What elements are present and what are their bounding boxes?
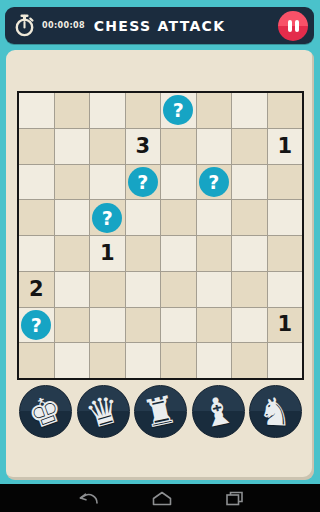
back-icon (76, 490, 100, 507)
board-cell-r6c4[interactable] (126, 272, 161, 307)
home-icon (151, 490, 173, 507)
board-cell-r8c4[interactable] (126, 343, 161, 378)
back-button[interactable] (76, 490, 100, 507)
page-title: CHESS ATTACK (94, 18, 226, 34)
board-cell-r4c8[interactable] (268, 200, 303, 235)
board-cell-r7c7[interactable] (232, 308, 267, 343)
board-cell-r6c5[interactable] (161, 272, 196, 307)
app-screen: 00:00:08 CHESS ATTACK ?31???12?1 ♚♛♜♝♞ (0, 0, 320, 512)
board-cell-r5c6[interactable] (197, 236, 232, 271)
piece-button-knight[interactable]: ♞ (249, 385, 302, 438)
board-cell-r2c8[interactable]: 1 (268, 129, 303, 164)
board-cell-r5c2[interactable] (55, 236, 90, 271)
board-cell-r1c5[interactable]: ? (161, 93, 196, 128)
board-cell-r1c7[interactable] (232, 93, 267, 128)
game-panel: ?31???12?1 ♚♛♜♝♞ (6, 50, 314, 480)
board-cell-r8c2[interactable] (55, 343, 90, 378)
board-cell-r1c8[interactable] (268, 93, 303, 128)
board-cell-r6c1[interactable]: 2 (19, 272, 54, 307)
board-cell-r3c1[interactable] (19, 165, 54, 200)
board-cell-r2c4[interactable]: 3 (126, 129, 161, 164)
piece-button-king[interactable]: ♚ (19, 385, 72, 438)
board-cell-r7c4[interactable] (126, 308, 161, 343)
hidden-piece-marker[interactable]: ? (92, 203, 122, 233)
board-cell-r1c3[interactable] (90, 93, 125, 128)
board-cell-r4c2[interactable] (55, 200, 90, 235)
board-cell-r3c7[interactable] (232, 165, 267, 200)
board-cell-r8c3[interactable] (90, 343, 125, 378)
piece-button-queen[interactable]: ♛ (77, 385, 130, 438)
board-cell-r3c2[interactable] (55, 165, 90, 200)
knight-icon: ♞ (258, 392, 293, 431)
hidden-piece-marker[interactable]: ? (128, 167, 158, 197)
board-cell-r6c2[interactable] (55, 272, 90, 307)
board-cell-r8c7[interactable] (232, 343, 267, 378)
board-cell-r1c2[interactable] (55, 93, 90, 128)
board-cell-r2c6[interactable] (197, 129, 232, 164)
board-cell-r1c6[interactable] (197, 93, 232, 128)
queen-icon: ♛ (81, 389, 124, 435)
board-cell-r6c3[interactable] (90, 272, 125, 307)
attack-count: 3 (135, 136, 150, 157)
board-cell-r6c7[interactable] (232, 272, 267, 307)
board-cell-r5c1[interactable] (19, 236, 54, 271)
board-cell-r2c7[interactable] (232, 129, 267, 164)
pause-icon (288, 20, 292, 32)
board-cell-r5c7[interactable] (232, 236, 267, 271)
board-cell-r5c5[interactable] (161, 236, 196, 271)
board-cell-r2c1[interactable] (19, 129, 54, 164)
attack-count: 1 (100, 243, 115, 264)
board-cell-r1c1[interactable] (19, 93, 54, 128)
board-cell-r5c4[interactable] (126, 236, 161, 271)
pause-button[interactable] (278, 11, 308, 41)
board-cell-r3c3[interactable] (90, 165, 125, 200)
board-cell-r5c3[interactable]: 1 (90, 236, 125, 271)
bishop-icon: ♝ (197, 389, 238, 433)
board-cell-r3c5[interactable] (161, 165, 196, 200)
board-cell-r1c4[interactable] (126, 93, 161, 128)
piece-button-bishop[interactable]: ♝ (192, 385, 245, 438)
board-cell-r8c5[interactable] (161, 343, 196, 378)
chess-board: ?31???12?1 (17, 91, 304, 380)
board-cell-r8c1[interactable] (19, 343, 54, 378)
board-cell-r5c8[interactable] (268, 236, 303, 271)
header-bar: 00:00:08 CHESS ATTACK (5, 7, 314, 44)
board-cell-r2c5[interactable] (161, 129, 196, 164)
board-cell-r7c8[interactable]: 1 (268, 308, 303, 343)
board-cell-r7c5[interactable] (161, 308, 196, 343)
recents-icon (224, 490, 245, 507)
android-navbar (0, 484, 320, 512)
hidden-piece-marker[interactable]: ? (163, 95, 193, 125)
pause-icon (295, 20, 299, 32)
board-cell-r4c3[interactable]: ? (90, 200, 125, 235)
board-cell-r4c6[interactable] (197, 200, 232, 235)
king-icon: ♚ (23, 388, 68, 435)
board-cell-r4c1[interactable] (19, 200, 54, 235)
home-button[interactable] (151, 490, 173, 507)
board-cell-r3c8[interactable] (268, 165, 303, 200)
board-cell-r4c5[interactable] (161, 200, 196, 235)
recents-button[interactable] (224, 490, 245, 507)
board-cell-r3c4[interactable]: ? (126, 165, 161, 200)
piece-button-rook[interactable]: ♜ (134, 385, 187, 438)
timer-text: 00:00:08 (42, 21, 85, 30)
attack-count: 1 (277, 136, 292, 157)
hidden-piece-marker[interactable]: ? (199, 167, 229, 197)
board-cell-r7c2[interactable] (55, 308, 90, 343)
piece-tray: ♚♛♜♝♞ (19, 385, 302, 438)
board-cell-r7c1[interactable]: ? (19, 308, 54, 343)
attack-count: 2 (29, 279, 44, 300)
board-cell-r4c7[interactable] (232, 200, 267, 235)
board-cell-r3c6[interactable]: ? (197, 165, 232, 200)
rook-icon: ♜ (140, 389, 181, 433)
board-cell-r7c6[interactable] (197, 308, 232, 343)
board-cell-r2c3[interactable] (90, 129, 125, 164)
board-cell-r2c2[interactable] (55, 129, 90, 164)
attack-count: 1 (277, 314, 292, 335)
stopwatch-icon (12, 13, 37, 38)
board-cell-r7c3[interactable] (90, 308, 125, 343)
board-cell-r8c8[interactable] (268, 343, 303, 378)
hidden-piece-marker[interactable]: ? (21, 310, 51, 340)
board-cell-r8c6[interactable] (197, 343, 232, 378)
board-cell-r6c6[interactable] (197, 272, 232, 307)
board-cell-r4c4[interactable] (126, 200, 161, 235)
board-cell-r6c8[interactable] (268, 272, 303, 307)
